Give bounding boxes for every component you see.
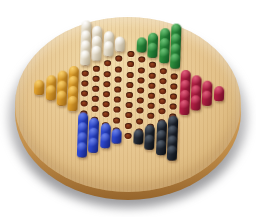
peg-white[interactable] bbox=[114, 37, 125, 52]
hole[interactable] bbox=[171, 83, 178, 89]
hole[interactable] bbox=[126, 71, 133, 77]
hole[interactable] bbox=[91, 106, 98, 112]
peg-green[interactable] bbox=[159, 48, 170, 63]
peg-hole-lattice bbox=[0, 0, 256, 217]
hole[interactable] bbox=[115, 76, 122, 82]
hole[interactable] bbox=[148, 93, 155, 99]
peg-white[interactable] bbox=[103, 41, 114, 56]
hole[interactable] bbox=[92, 75, 99, 81]
peg-white[interactable] bbox=[92, 46, 103, 61]
hole[interactable] bbox=[103, 101, 110, 107]
peg-green[interactable] bbox=[148, 43, 159, 58]
hole[interactable] bbox=[136, 97, 143, 103]
hole[interactable] bbox=[126, 82, 133, 88]
hole[interactable] bbox=[93, 65, 100, 71]
peg-black[interactable] bbox=[156, 140, 167, 155]
hole[interactable] bbox=[138, 57, 145, 63]
peg-blue[interactable] bbox=[77, 142, 88, 157]
hole[interactable] bbox=[159, 88, 166, 94]
peg-blue[interactable] bbox=[111, 128, 122, 143]
hole[interactable] bbox=[148, 72, 155, 78]
hole[interactable] bbox=[147, 113, 154, 119]
hole[interactable] bbox=[115, 56, 122, 62]
peg-white[interactable] bbox=[80, 51, 91, 66]
peg-green[interactable] bbox=[170, 54, 181, 69]
hole[interactable] bbox=[149, 62, 156, 68]
hole[interactable] bbox=[102, 111, 109, 117]
peg-black[interactable] bbox=[133, 129, 144, 144]
hole[interactable] bbox=[136, 108, 143, 114]
peg-yellow[interactable] bbox=[34, 80, 45, 95]
hole[interactable] bbox=[103, 91, 110, 97]
peg-black[interactable] bbox=[144, 135, 155, 150]
peg-yellow[interactable] bbox=[56, 91, 67, 106]
hole[interactable] bbox=[137, 87, 144, 93]
hole[interactable] bbox=[158, 108, 165, 114]
hole[interactable] bbox=[137, 77, 144, 83]
hole[interactable] bbox=[160, 78, 167, 84]
hole[interactable] bbox=[170, 93, 177, 99]
hole[interactable] bbox=[125, 92, 132, 98]
hole[interactable] bbox=[137, 67, 144, 73]
peg-green[interactable] bbox=[137, 37, 148, 52]
hole[interactable] bbox=[147, 103, 154, 109]
peg-yellow[interactable] bbox=[45, 85, 56, 100]
hole[interactable] bbox=[125, 112, 132, 118]
hole[interactable] bbox=[171, 73, 178, 79]
hole[interactable] bbox=[104, 61, 111, 67]
hole[interactable] bbox=[103, 81, 110, 87]
hole[interactable] bbox=[159, 98, 166, 104]
hole[interactable] bbox=[114, 107, 121, 113]
peg-black[interactable] bbox=[167, 146, 178, 161]
chinese-checkers-board-photo bbox=[0, 0, 256, 217]
hole[interactable] bbox=[127, 51, 134, 57]
hole[interactable] bbox=[125, 102, 132, 108]
hole[interactable] bbox=[124, 122, 131, 128]
hole[interactable] bbox=[126, 61, 133, 67]
hole[interactable] bbox=[148, 82, 155, 88]
hole[interactable] bbox=[81, 70, 88, 76]
hole[interactable] bbox=[160, 68, 167, 74]
peg-yellow[interactable] bbox=[67, 96, 78, 111]
hole[interactable] bbox=[113, 117, 120, 123]
hole[interactable] bbox=[170, 104, 177, 110]
hole[interactable] bbox=[136, 118, 143, 124]
peg-blue[interactable] bbox=[100, 133, 111, 148]
peg-red[interactable] bbox=[179, 100, 190, 115]
hole[interactable] bbox=[104, 71, 111, 77]
hole[interactable] bbox=[81, 90, 88, 96]
hole[interactable] bbox=[81, 80, 88, 86]
peg-red[interactable] bbox=[202, 91, 213, 106]
peg-red[interactable] bbox=[191, 95, 202, 110]
hole[interactable] bbox=[92, 86, 99, 92]
hole[interactable] bbox=[114, 86, 121, 92]
hole[interactable] bbox=[115, 66, 122, 72]
hole[interactable] bbox=[80, 100, 87, 106]
hole[interactable] bbox=[92, 96, 99, 102]
hole[interactable] bbox=[114, 97, 121, 103]
peg-blue[interactable] bbox=[88, 138, 99, 153]
peg-red[interactable] bbox=[213, 86, 224, 101]
hole[interactable] bbox=[124, 133, 131, 139]
